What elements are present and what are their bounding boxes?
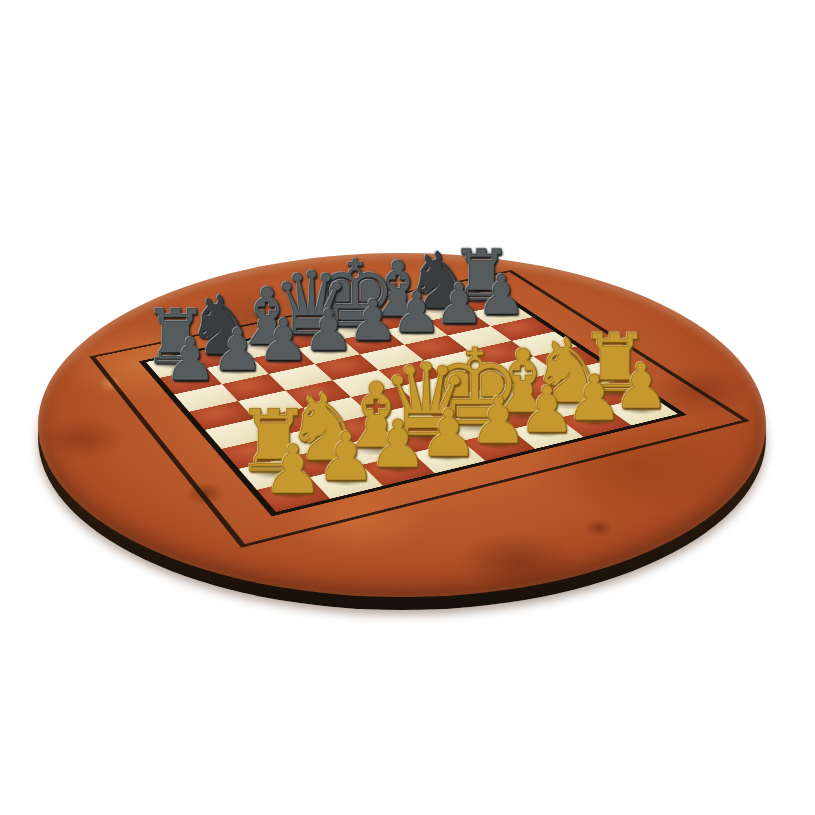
black-pawn-b7: ♟ — [211, 321, 263, 379]
white-pawn-d1: ♟ — [419, 400, 478, 466]
scene: ♜♞♟♝♟♚♟♛♟♝♟♞♟♜♟♟♜♞♟♝♟♚♟♛♟♝♟♞♟♜♟♟ — [0, 0, 815, 815]
black-pawn-c7: ♟ — [258, 312, 310, 370]
pieces-layer: ♜♞♟♝♟♚♟♛♟♝♟♞♟♜♟♟♜♞♟♝♟♚♟♛♟♝♟♞♟♜♟♟ — [0, 0, 815, 815]
white-pawn-a1: ♟ — [263, 436, 324, 504]
black-pawn-g7: ♟ — [434, 276, 484, 332]
black-pawn-d7: ♟ — [303, 302, 354, 359]
black-pawn-a7: ♟ — [164, 331, 217, 390]
white-pawn-c1: ♟ — [368, 412, 427, 478]
white-pawn-b1: ♟ — [316, 424, 376, 491]
